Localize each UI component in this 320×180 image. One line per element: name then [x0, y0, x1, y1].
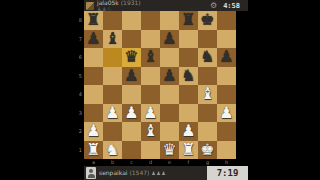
square-c7[interactable]	[122, 30, 141, 49]
square-g7[interactable]	[198, 30, 217, 49]
file-label-e: e	[160, 159, 179, 166]
square-f7[interactable]	[179, 30, 198, 49]
black-bishop: ♝	[105, 30, 119, 49]
file-label-f: f	[179, 159, 198, 166]
white-knight: ♞	[105, 141, 119, 160]
square-h5[interactable]	[217, 67, 236, 86]
square-c1[interactable]	[122, 141, 141, 160]
black-knight: ♞	[181, 67, 195, 86]
bottom-player-avatar	[86, 167, 96, 179]
white-queen: ♛	[162, 141, 176, 160]
bottom-player-name-line: senpaikai (1547) ♟♟♟	[99, 170, 166, 176]
black-pawn: ♟	[162, 67, 176, 86]
square-e4[interactable]	[160, 85, 179, 104]
rank-label-7: 7	[74, 30, 82, 49]
file-label-c: c	[122, 159, 141, 166]
bottom-player-bar[interactable]: senpaikai (1547) ♟♟♟ 7:19	[84, 166, 248, 180]
square-a8[interactable]: ♜	[84, 11, 103, 30]
top-player-clock: 4:58	[223, 2, 240, 10]
square-b7[interactable]: ♝	[103, 30, 122, 49]
square-e6[interactable]	[160, 48, 179, 67]
white-pawn: ♟	[143, 104, 157, 123]
square-f3[interactable]	[179, 104, 198, 123]
top-player-name-line: jala05k (1931)	[97, 0, 141, 6]
gear-icon[interactable]: ⚙	[210, 2, 217, 10]
square-g4[interactable]: ♝	[198, 85, 217, 104]
white-pawn: ♟	[181, 122, 195, 141]
avatar-head-icon	[89, 169, 93, 173]
bottom-player-clock-active: 7:19	[207, 166, 248, 180]
white-bishop: ♝	[200, 85, 214, 104]
square-d4[interactable]	[141, 85, 160, 104]
square-c3[interactable]: ♟	[122, 104, 141, 123]
square-b6[interactable]	[103, 48, 122, 67]
lichess-tv-frame: jala05k (1931) ♙♙♘ ⚙ 4:58 87654321 ♜♜♚♟♝…	[0, 0, 320, 180]
square-d6[interactable]: ♝	[141, 48, 160, 67]
white-pawn: ♟	[219, 104, 233, 123]
square-f2[interactable]: ♟	[179, 122, 198, 141]
black-pawn: ♟	[162, 30, 176, 49]
black-queen: ♛	[124, 48, 138, 67]
square-a6[interactable]	[84, 48, 103, 67]
white-pawn: ♟	[105, 104, 119, 123]
black-pawn: ♟	[86, 30, 100, 49]
bottom-player-captured-pieces: ♟♟♟	[151, 170, 166, 176]
square-b5[interactable]	[103, 67, 122, 86]
square-e2[interactable]	[160, 122, 179, 141]
square-a3[interactable]	[84, 104, 103, 123]
square-d3[interactable]: ♟	[141, 104, 160, 123]
top-player-rating: (1931)	[121, 0, 141, 6]
square-a7[interactable]: ♟	[84, 30, 103, 49]
square-d7[interactable]	[141, 30, 160, 49]
top-player-bar[interactable]: jala05k (1931) ♙♙♘ ⚙ 4:58	[84, 0, 248, 11]
square-a4[interactable]	[84, 85, 103, 104]
rank-label-2: 2	[74, 122, 82, 141]
square-f4[interactable]	[179, 85, 198, 104]
file-label-b: b	[103, 159, 122, 166]
white-pawn: ♟	[86, 122, 100, 141]
square-b2[interactable]	[103, 122, 122, 141]
square-d5[interactable]	[141, 67, 160, 86]
rank-label-1: 1	[74, 141, 82, 160]
square-e3[interactable]	[160, 104, 179, 123]
square-e5[interactable]: ♟	[160, 67, 179, 86]
file-label-h: h	[217, 159, 236, 166]
square-f6[interactable]	[179, 48, 198, 67]
black-rook: ♜	[86, 11, 100, 30]
square-b4[interactable]	[103, 85, 122, 104]
square-d2[interactable]: ♝	[141, 122, 160, 141]
square-c5[interactable]: ♟	[122, 67, 141, 86]
square-d1[interactable]	[141, 141, 160, 160]
chess-board: ♜♜♚♟♝♟♛♝♞♟♟♟♞♝♟♟♟♟♟♝♟♜♞♛♜♚	[84, 11, 236, 159]
avatar-body-icon	[88, 174, 95, 178]
square-f5[interactable]: ♞	[179, 67, 198, 86]
square-a1[interactable]: ♜	[84, 141, 103, 160]
black-rook: ♜	[181, 11, 195, 30]
top-player-avatar	[86, 2, 94, 10]
square-h6[interactable]: ♟	[217, 48, 236, 67]
square-g1[interactable]: ♚	[198, 141, 217, 160]
square-c8[interactable]	[122, 11, 141, 30]
top-player-name: jala05k	[97, 0, 119, 6]
square-h4[interactable]	[217, 85, 236, 104]
rank-labels: 87654321	[74, 11, 82, 159]
square-c4[interactable]	[122, 85, 141, 104]
white-rook: ♜	[181, 141, 195, 160]
square-e8[interactable]	[160, 11, 179, 30]
black-knight: ♞	[200, 48, 214, 67]
black-pawn: ♟	[124, 67, 138, 86]
white-bishop: ♝	[143, 122, 157, 141]
square-h8[interactable]	[217, 11, 236, 30]
square-a2[interactable]: ♟	[84, 122, 103, 141]
rank-label-3: 3	[74, 104, 82, 123]
bottom-player-rating: (1547)	[129, 169, 149, 176]
rank-label-4: 4	[74, 85, 82, 104]
white-pawn: ♟	[124, 104, 138, 123]
bottom-player-name: senpaikai	[99, 169, 128, 176]
black-king: ♚	[200, 11, 214, 30]
square-a5[interactable]	[84, 67, 103, 86]
square-g5[interactable]	[198, 67, 217, 86]
file-label-a: a	[84, 159, 103, 166]
square-g6[interactable]: ♞	[198, 48, 217, 67]
square-f8[interactable]: ♜	[179, 11, 198, 30]
square-h3[interactable]: ♟	[217, 104, 236, 123]
file-label-g: g	[198, 159, 217, 166]
white-rook: ♜	[86, 141, 100, 160]
rank-label-5: 5	[74, 67, 82, 86]
square-b1[interactable]: ♞	[103, 141, 122, 160]
square-h2[interactable]	[217, 122, 236, 141]
square-d8[interactable]	[141, 11, 160, 30]
black-bishop: ♝	[143, 48, 157, 67]
square-g3[interactable]	[198, 104, 217, 123]
square-h7[interactable]	[217, 30, 236, 49]
square-e7[interactable]: ♟	[160, 30, 179, 49]
square-c2[interactable]	[122, 122, 141, 141]
square-c6[interactable]: ♛	[122, 48, 141, 67]
square-b3[interactable]: ♟	[103, 104, 122, 123]
square-b8[interactable]	[103, 11, 122, 30]
file-label-d: d	[141, 159, 160, 166]
rank-label-6: 6	[74, 48, 82, 67]
file-labels: abcdefgh	[84, 159, 236, 166]
black-pawn: ♟	[219, 48, 233, 67]
square-h1[interactable]	[217, 141, 236, 160]
square-g8[interactable]: ♚	[198, 11, 217, 30]
rank-label-8: 8	[74, 11, 82, 30]
square-f1[interactable]: ♜	[179, 141, 198, 160]
square-e1[interactable]: ♛	[160, 141, 179, 160]
square-g2[interactable]	[198, 122, 217, 141]
white-king: ♚	[200, 141, 214, 160]
